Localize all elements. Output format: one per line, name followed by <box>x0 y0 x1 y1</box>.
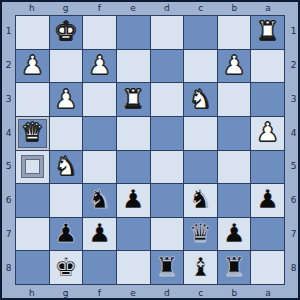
square-a4[interactable]: ♟ <box>251 117 284 150</box>
rank-label-5: 5 <box>2 150 15 184</box>
square-b4[interactable] <box>218 117 251 150</box>
square-a8[interactable] <box>251 251 284 284</box>
square-h3[interactable] <box>16 83 49 116</box>
file-label-h: h <box>15 2 49 15</box>
square-b1[interactable] <box>218 16 251 49</box>
square-d4[interactable] <box>151 117 184 150</box>
rank-label-6: 6 <box>2 184 15 218</box>
square-e6[interactable]: ♟ <box>117 184 150 217</box>
square-a1[interactable]: ♜ <box>251 16 284 49</box>
square-f8[interactable] <box>83 251 116 284</box>
square-d2[interactable] <box>151 50 184 83</box>
square-h5[interactable] <box>16 151 49 184</box>
rank-label-4: 4 <box>287 116 300 150</box>
file-label-h: h <box>15 287 49 300</box>
square-d8[interactable]: ♜ <box>151 251 184 284</box>
file-label-g: g <box>49 2 83 15</box>
file-label-f: f <box>83 2 117 15</box>
square-d6[interactable] <box>151 184 184 217</box>
square-e4[interactable] <box>117 117 150 150</box>
chess-board-widget: hgfedcba 12345678 ♚♜♟♟♟♟♜♞♛♟♞♞♟♞♟♟♟♛♟♚♜♝… <box>0 0 300 300</box>
piece-white-pawn[interactable]: ♟ <box>256 119 279 145</box>
square-c4[interactable] <box>184 117 217 150</box>
square-d3[interactable] <box>151 83 184 116</box>
file-label-b: b <box>218 287 252 300</box>
square-b3[interactable] <box>218 83 251 116</box>
piece-black-pawn[interactable]: ♟ <box>122 186 145 212</box>
piece-white-knight[interactable]: ♞ <box>54 153 77 179</box>
rank-labels-right: 12345678 <box>287 15 300 285</box>
file-label-e: e <box>116 2 150 15</box>
square-e2[interactable] <box>117 50 150 83</box>
square-b8[interactable]: ♜ <box>218 251 251 284</box>
piece-black-rook[interactable]: ♜ <box>222 254 245 280</box>
file-label-a: a <box>251 2 285 15</box>
piece-black-knight[interactable]: ♞ <box>88 186 111 212</box>
chess-board: ♚♜♟♟♟♟♜♞♛♟♞♞♟♞♟♟♟♛♟♚♜♝♜ <box>15 15 285 285</box>
rank-label-7: 7 <box>2 218 15 252</box>
square-h1[interactable] <box>16 16 49 49</box>
square-b2[interactable]: ♟ <box>218 50 251 83</box>
square-e8[interactable] <box>117 251 150 284</box>
rank-label-3: 3 <box>287 83 300 117</box>
square-a7[interactable] <box>251 218 284 251</box>
file-label-b: b <box>218 2 252 15</box>
rank-label-2: 2 <box>287 49 300 83</box>
square-g6[interactable] <box>50 184 83 217</box>
square-e1[interactable] <box>117 16 150 49</box>
piece-white-king[interactable]: ♚ <box>54 18 77 44</box>
file-label-d: d <box>150 2 184 15</box>
rank-label-4: 4 <box>2 116 15 150</box>
square-a2[interactable] <box>251 50 284 83</box>
square-f6[interactable]: ♞ <box>83 184 116 217</box>
square-c6[interactable]: ♞ <box>184 184 217 217</box>
piece-black-queen[interactable]: ♛ <box>189 220 212 246</box>
piece-black-bishop[interactable]: ♝ <box>189 254 212 280</box>
square-c5[interactable] <box>184 151 217 184</box>
rank-label-1: 1 <box>2 15 15 49</box>
file-label-f: f <box>83 287 117 300</box>
square-f2[interactable]: ♟ <box>83 50 116 83</box>
piece-black-pawn[interactable]: ♟ <box>222 220 245 246</box>
rank-label-2: 2 <box>2 49 15 83</box>
square-h2[interactable]: ♟ <box>16 50 49 83</box>
rank-labels-left: 12345678 <box>2 15 15 285</box>
square-c7[interactable]: ♛ <box>184 218 217 251</box>
piece-white-rook[interactable]: ♜ <box>256 18 279 44</box>
square-a6[interactable]: ♟ <box>251 184 284 217</box>
piece-black-knight[interactable]: ♞ <box>189 186 212 212</box>
file-labels-top: hgfedcba <box>15 2 285 15</box>
file-label-e: e <box>116 287 150 300</box>
piece-black-pawn[interactable]: ♟ <box>54 220 77 246</box>
square-g4[interactable] <box>50 117 83 150</box>
rank-label-5: 5 <box>287 150 300 184</box>
square-f5[interactable] <box>83 151 116 184</box>
square-e3[interactable]: ♜ <box>117 83 150 116</box>
piece-white-pawn[interactable]: ♟ <box>222 52 245 78</box>
rank-label-6: 6 <box>287 184 300 218</box>
square-c2[interactable] <box>184 50 217 83</box>
square-g7[interactable]: ♟ <box>50 218 83 251</box>
square-g2[interactable] <box>50 50 83 83</box>
file-label-c: c <box>184 2 218 15</box>
rank-label-8: 8 <box>2 251 15 285</box>
square-f1[interactable] <box>83 16 116 49</box>
square-g5[interactable]: ♞ <box>50 151 83 184</box>
square-e5[interactable] <box>117 151 150 184</box>
square-h7[interactable] <box>16 218 49 251</box>
file-label-c: c <box>184 287 218 300</box>
square-b5[interactable] <box>218 151 251 184</box>
piece-black-king[interactable]: ♚ <box>54 254 77 280</box>
square-d5[interactable] <box>151 151 184 184</box>
square-e7[interactable] <box>117 218 150 251</box>
square-f3[interactable] <box>83 83 116 116</box>
square-c1[interactable] <box>184 16 217 49</box>
square-c3[interactable]: ♞ <box>184 83 217 116</box>
square-a3[interactable] <box>251 83 284 116</box>
file-labels-bottom: hgfedcba <box>15 287 285 300</box>
square-f4[interactable] <box>83 117 116 150</box>
square-h4[interactable]: ♛ <box>16 117 49 150</box>
file-label-a: a <box>251 287 285 300</box>
piece-white-pawn[interactable]: ♟ <box>88 52 111 78</box>
square-a5[interactable] <box>251 151 284 184</box>
square-h8[interactable] <box>16 251 49 284</box>
piece-white-rook[interactable]: ♜ <box>122 86 145 112</box>
piece-white-pawn[interactable]: ♟ <box>54 86 77 112</box>
square-g1[interactable]: ♚ <box>50 16 83 49</box>
file-label-d: d <box>150 287 184 300</box>
piece-white-pawn[interactable]: ♟ <box>21 52 44 78</box>
piece-white-queen[interactable]: ♛ <box>21 119 44 145</box>
file-label-g: g <box>49 287 83 300</box>
rank-label-1: 1 <box>287 15 300 49</box>
square-g8[interactable]: ♚ <box>50 251 83 284</box>
rank-label-3: 3 <box>2 83 15 117</box>
square-h6[interactable] <box>16 184 49 217</box>
piece-white-knight[interactable]: ♞ <box>189 86 212 112</box>
piece-black-rook[interactable]: ♜ <box>155 254 178 280</box>
square-d1[interactable] <box>151 16 184 49</box>
square-f7[interactable]: ♟ <box>83 218 116 251</box>
piece-black-pawn[interactable]: ♟ <box>88 220 111 246</box>
rank-label-7: 7 <box>287 218 300 252</box>
piece-black-pawn[interactable]: ♟ <box>256 186 279 212</box>
rank-label-8: 8 <box>287 251 300 285</box>
square-g3[interactable]: ♟ <box>50 83 83 116</box>
square-b7[interactable]: ♟ <box>218 218 251 251</box>
square-b6[interactable] <box>218 184 251 217</box>
square-d7[interactable] <box>151 218 184 251</box>
square-c8[interactable]: ♝ <box>184 251 217 284</box>
